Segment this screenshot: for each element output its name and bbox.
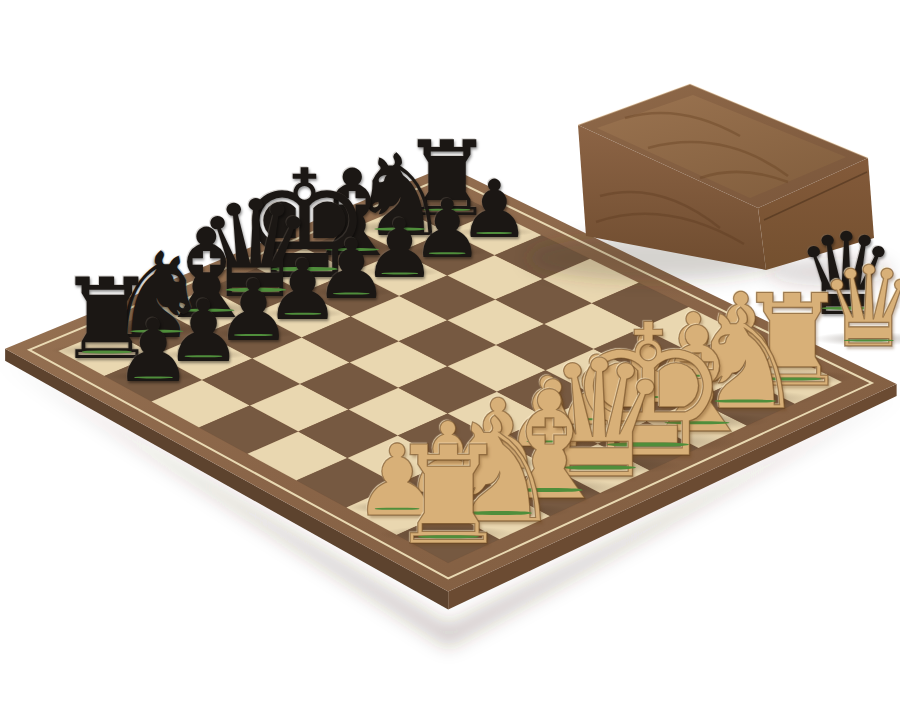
chess-set-product-photo: ♜♞♝♛♚♝♞♜♟♟♟♟♟♟♟♟♟♟♟♟♟♟♟♟♜♞♝♛♚♝♞♜♛♛: [0, 0, 900, 720]
white-rook-a1[interactable]: ♜: [387, 428, 509, 564]
pieces-layer: ♜♞♝♛♚♝♞♜♟♟♟♟♟♟♟♟♟♟♟♟♟♟♟♟♜♞♝♛♚♝♞♜♛♛: [0, 0, 900, 720]
black-pawn-a7[interactable]: ♟: [114, 308, 192, 395]
